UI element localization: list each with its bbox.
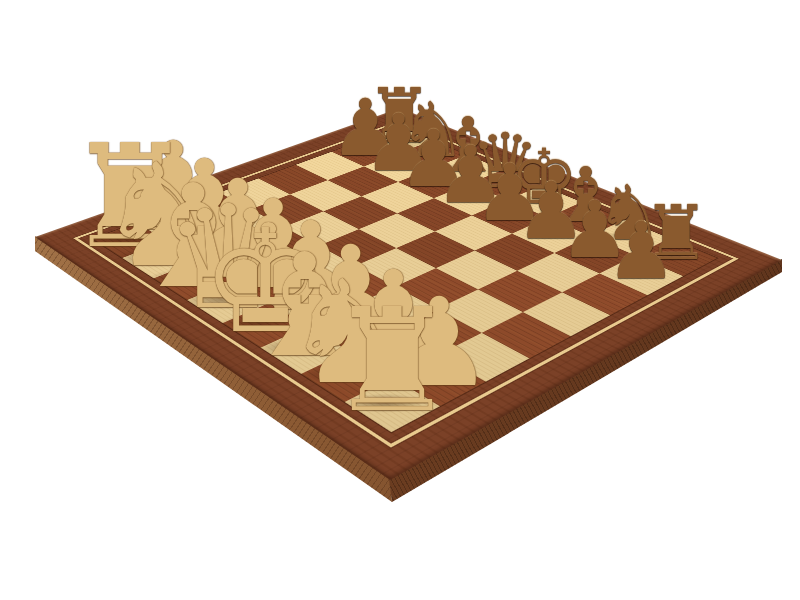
- chessboard-photo: Wooden mahogany and maple chessboard pho…: [0, 0, 800, 600]
- piece-black-pawn-h7[interactable]: ♟: [606, 212, 676, 290]
- pieces-layer: ♜♞♝♛♚♝♞♜♟♟♟♟♟♟♟♟♟♟♟♟♟♟♟♟♜♞♝♛♚♝♞♜: [0, 0, 800, 600]
- piece-white-rook-h1[interactable]: ♜: [328, 290, 456, 433]
